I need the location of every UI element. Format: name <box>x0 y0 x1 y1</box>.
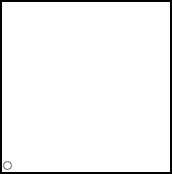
chess-board <box>11 2 170 158</box>
file-labels <box>11 158 170 172</box>
chess-diagram <box>0 0 172 174</box>
white-to-move-indicator <box>3 161 12 170</box>
rank-labels <box>2 2 11 158</box>
